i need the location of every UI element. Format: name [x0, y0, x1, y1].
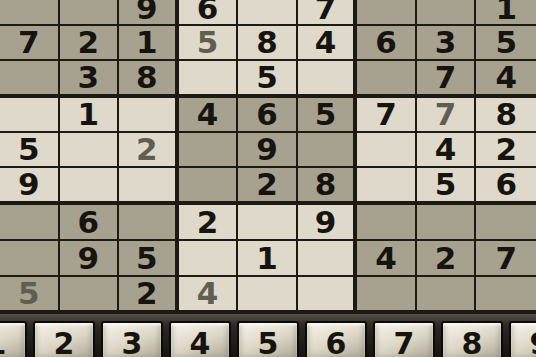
cell-r2c5[interactable]: 8 [238, 26, 298, 61]
cell-r1c8[interactable] [417, 0, 477, 26]
given-digit: 9 [136, 0, 158, 24]
given-digit: 5 [256, 62, 278, 93]
cell-r9c6[interactable] [298, 277, 358, 314]
given-digit: 4 [495, 62, 517, 93]
cell-r1c1[interactable] [0, 0, 60, 26]
cell-r9c7[interactable] [357, 277, 417, 314]
cell-r8c7[interactable]: 4 [357, 241, 417, 277]
cell-r6c9[interactable]: 6 [476, 168, 536, 205]
cell-r7c7[interactable] [357, 205, 417, 241]
numpad-button-3[interactable]: 3 [101, 321, 163, 357]
given-digit: 2 [495, 134, 517, 165]
given-digit: 8 [495, 99, 517, 130]
cell-r1c6[interactable]: 7 [298, 0, 358, 26]
cell-r1c3[interactable]: 9 [119, 0, 179, 26]
cell-r6c7[interactable] [357, 168, 417, 205]
user-digit: 7 [435, 99, 457, 130]
given-digit: 1 [495, 0, 517, 24]
cell-r7c5[interactable] [238, 205, 298, 241]
given-digit: 3 [78, 62, 100, 93]
given-digit: 9 [256, 134, 278, 165]
given-digit: 6 [197, 0, 219, 24]
cell-r9c3[interactable]: 2 [119, 277, 179, 314]
cell-r1c7[interactable] [357, 0, 417, 26]
sudoku-board: 9671721584635385741465778529429285662995… [0, 0, 536, 314]
given-digit: 3 [435, 27, 457, 58]
cell-r3c7[interactable] [357, 61, 417, 98]
given-digit: 4 [315, 27, 337, 58]
cell-r4c8[interactable]: 7 [417, 98, 477, 133]
cell-r8c6[interactable] [298, 241, 358, 277]
cell-r5c4[interactable] [179, 133, 239, 168]
given-digit: 8 [315, 169, 337, 200]
cell-r3c5[interactable]: 5 [238, 61, 298, 98]
cell-r5c5[interactable]: 9 [238, 133, 298, 168]
cell-r5c2[interactable] [60, 133, 120, 168]
numpad-button-7[interactable]: 7 [373, 321, 435, 357]
user-digit: 5 [18, 278, 40, 309]
given-digit: 4 [197, 99, 219, 130]
given-digit: 7 [375, 99, 397, 130]
cell-r8c1[interactable] [0, 241, 60, 277]
number-pad-bar: 1 2 3 4 5 6 7 8 9 [0, 314, 536, 357]
cell-r7c4[interactable]: 2 [179, 205, 239, 241]
cell-r2c4[interactable]: 5 [179, 26, 239, 61]
cell-r6c2[interactable] [60, 168, 120, 205]
cell-r5c7[interactable] [357, 133, 417, 168]
given-digit: 9 [18, 169, 40, 200]
cell-r4c2[interactable]: 1 [60, 98, 120, 133]
cell-r7c2[interactable]: 6 [60, 205, 120, 241]
cell-r6c1[interactable]: 9 [0, 168, 60, 205]
cell-r4c4[interactable]: 4 [179, 98, 239, 133]
given-digit: 5 [435, 169, 457, 200]
cell-r3c9[interactable]: 4 [476, 61, 536, 98]
cell-r5c6[interactable] [298, 133, 358, 168]
given-digit: 9 [78, 243, 100, 274]
given-digit: 2 [78, 27, 100, 58]
cell-r9c8[interactable] [417, 277, 477, 314]
cell-r6c3[interactable] [119, 168, 179, 205]
given-digit: 7 [495, 243, 517, 274]
cell-r2c2[interactable]: 2 [60, 26, 120, 61]
cell-r1c5[interactable] [238, 0, 298, 26]
cell-r7c3[interactable] [119, 205, 179, 241]
cell-r1c9[interactable]: 1 [476, 0, 536, 26]
cell-r5c9[interactable]: 2 [476, 133, 536, 168]
given-digit: 7 [315, 0, 337, 24]
given-digit: 2 [197, 207, 219, 238]
cell-r9c2[interactable] [60, 277, 120, 314]
cell-r3c8[interactable]: 7 [417, 61, 477, 98]
numpad-button-2[interactable]: 2 [33, 321, 95, 357]
given-digit: 2 [256, 169, 278, 200]
cell-r8c8[interactable]: 2 [417, 241, 477, 277]
sudoku-app: 9671721584635385741465778529429285662995… [0, 0, 536, 357]
cell-r8c4[interactable] [179, 241, 239, 277]
cell-r4c1[interactable] [0, 98, 60, 133]
given-digit: 5 [315, 99, 337, 130]
cell-r7c6[interactable]: 9 [298, 205, 358, 241]
cell-r6c4[interactable] [179, 168, 239, 205]
cell-r4c6[interactable]: 5 [298, 98, 358, 133]
cell-r2c8[interactable]: 3 [417, 26, 477, 61]
cell-r3c2[interactable]: 3 [60, 61, 120, 98]
user-digit: 4 [197, 278, 219, 309]
given-digit: 7 [435, 62, 457, 93]
given-digit: 4 [435, 134, 457, 165]
cell-r1c2[interactable] [60, 0, 120, 26]
given-digit: 8 [256, 27, 278, 58]
given-digit: 4 [375, 243, 397, 274]
given-digit: 6 [78, 207, 100, 238]
cell-r9c9[interactable] [476, 277, 536, 314]
cell-r8c5[interactable]: 1 [238, 241, 298, 277]
cell-r5c8[interactable]: 4 [417, 133, 477, 168]
cell-r2c1[interactable]: 7 [0, 26, 60, 61]
given-digit: 6 [495, 169, 517, 200]
cell-r7c1[interactable] [0, 205, 60, 241]
given-digit: 5 [136, 243, 158, 274]
cell-r7c9[interactable] [476, 205, 536, 241]
given-digit: 1 [136, 27, 158, 58]
numpad-button-5[interactable]: 5 [237, 321, 299, 357]
cell-r8c9[interactable]: 7 [476, 241, 536, 277]
user-digit: 2 [136, 134, 158, 165]
cell-r9c1[interactable]: 5 [0, 277, 60, 314]
user-digit: 5 [197, 27, 219, 58]
cell-r3c4[interactable] [179, 61, 239, 98]
cell-r9c5[interactable] [238, 277, 298, 314]
cell-r2c3[interactable]: 1 [119, 26, 179, 61]
cell-r4c9[interactable]: 8 [476, 98, 536, 133]
cell-r5c1[interactable]: 5 [0, 133, 60, 168]
cell-r2c6[interactable]: 4 [298, 26, 358, 61]
given-digit: 1 [256, 243, 278, 274]
cell-r4c3[interactable] [119, 98, 179, 133]
given-digit: 1 [78, 99, 100, 130]
given-digit: 2 [435, 243, 457, 274]
given-digit: 6 [256, 99, 278, 130]
cell-r8c3[interactable]: 5 [119, 241, 179, 277]
cell-r4c7[interactable]: 7 [357, 98, 417, 133]
numpad-button-6[interactable]: 6 [305, 321, 367, 357]
given-digit: 7 [18, 27, 40, 58]
cell-r7c8[interactable] [417, 205, 477, 241]
numpad-button-9[interactable]: 9 [509, 321, 536, 357]
given-digit: 6 [375, 27, 397, 58]
numpad-button-1[interactable]: 1 [0, 321, 27, 357]
cell-r3c6[interactable] [298, 61, 358, 98]
cell-r1c4[interactable]: 6 [179, 0, 239, 26]
cell-r8c2[interactable]: 9 [60, 241, 120, 277]
cell-r5c3[interactable]: 2 [119, 133, 179, 168]
cell-r6c6[interactable]: 8 [298, 168, 358, 205]
given-digit: 2 [136, 278, 158, 309]
cell-r6c5[interactable]: 2 [238, 168, 298, 205]
given-digit: 8 [136, 62, 158, 93]
cell-r3c3[interactable]: 8 [119, 61, 179, 98]
numpad-button-4[interactable]: 4 [169, 321, 231, 357]
given-digit: 9 [315, 207, 337, 238]
cell-r9c4[interactable]: 4 [179, 277, 239, 314]
cell-r2c9[interactable]: 5 [476, 26, 536, 61]
given-digit: 5 [495, 27, 517, 58]
cell-r4c5[interactable]: 6 [238, 98, 298, 133]
cell-r2c7[interactable]: 6 [357, 26, 417, 61]
given-digit: 5 [18, 134, 40, 165]
cell-r6c8[interactable]: 5 [417, 168, 477, 205]
cell-r3c1[interactable] [0, 61, 60, 98]
numpad-button-8[interactable]: 8 [441, 321, 503, 357]
number-pad: 1 2 3 4 5 6 7 8 9 [0, 321, 536, 357]
